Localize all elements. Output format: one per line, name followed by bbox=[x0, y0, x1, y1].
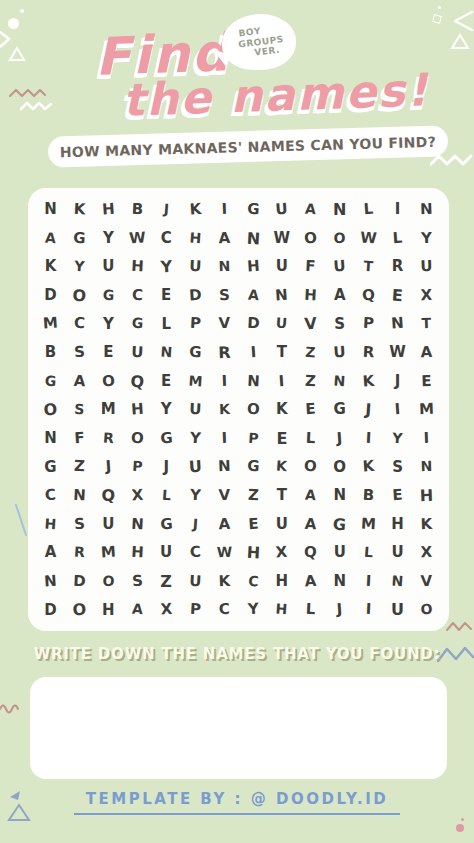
grid-cell-r4c7: S bbox=[209, 280, 239, 310]
grid-cell-r7c2: A bbox=[64, 366, 94, 396]
grid-cell-r2c10: O bbox=[295, 223, 326, 254]
grid-cell-r4c3: G bbox=[93, 280, 124, 311]
grid-cell-r2c1: A bbox=[35, 223, 66, 254]
grid-cell-r1c10: A bbox=[295, 194, 326, 225]
grid-cell-r1c5: J bbox=[151, 194, 182, 225]
grid-cell-r3c12: T bbox=[353, 251, 384, 282]
subtitle-text: HOW MANY MAKNAES' NAMES CAN YOU FIND? bbox=[60, 133, 437, 159]
grid-cell-r15c10: L bbox=[296, 595, 326, 625]
grid-cell-r1c14: N bbox=[412, 195, 442, 225]
grid-cell-r15c9: H bbox=[266, 594, 297, 625]
title-line-2: the names! bbox=[122, 63, 431, 127]
grid-cell-r14c4: S bbox=[122, 566, 153, 597]
grid-cell-r13c14: X bbox=[412, 538, 442, 568]
grid-cell-r8c10: E bbox=[295, 394, 326, 425]
grid-cell-r2c4: W bbox=[122, 223, 153, 254]
grid-cell-r11c14: H bbox=[412, 481, 442, 511]
grid-cell-r14c13: N bbox=[382, 566, 413, 597]
grid-cell-r7c7: I bbox=[209, 366, 239, 396]
grid-cell-r15c5: X bbox=[151, 594, 182, 625]
grid-cell-r5c1: M bbox=[35, 308, 66, 339]
grid-cell-r4c8: A bbox=[238, 280, 269, 311]
squiggle-doodle-icon bbox=[0, 702, 19, 716]
grid-cell-r4c6: D bbox=[180, 280, 211, 311]
grid-cell-r12c8: E bbox=[238, 509, 269, 540]
grid-cell-r6c5: N bbox=[151, 337, 182, 368]
grid-cell-r1c9: U bbox=[266, 194, 297, 225]
grid-cell-r15c8: Y bbox=[238, 594, 269, 625]
grid-cell-r11c10: A bbox=[295, 480, 326, 511]
grid-cell-r15c4: A bbox=[122, 594, 153, 625]
grid-cell-r12c4: N bbox=[122, 509, 152, 539]
grid-cell-r12c5: G bbox=[151, 509, 182, 540]
grid-cell-r13c6: C bbox=[180, 537, 211, 568]
grid-cell-r11c9: T bbox=[267, 481, 296, 510]
grid-cell-r4c2: O bbox=[64, 280, 94, 310]
grid-cell-r11c12: B bbox=[353, 480, 383, 510]
grid-cell-r3c6: U bbox=[180, 251, 210, 281]
grid-cell-r7c14: E bbox=[412, 366, 442, 396]
grid-cell-r5c4: G bbox=[122, 308, 153, 339]
grid-cell-r11c2: N bbox=[64, 480, 94, 510]
grid-cell-r6c3: E bbox=[94, 338, 123, 367]
grid-cell-r8c9: K bbox=[267, 395, 296, 424]
grid-cell-r9c3: R bbox=[93, 423, 124, 454]
grid-cell-r4c9: N bbox=[266, 280, 297, 311]
grid-cell-r5c11: S bbox=[325, 309, 354, 338]
grid-cell-r1c11: N bbox=[325, 195, 354, 224]
grid-cell-r8c6: U bbox=[180, 394, 210, 424]
grid-cell-r9c4: O bbox=[122, 423, 152, 453]
grid-cell-r5c2: C bbox=[64, 309, 94, 339]
grid-cell-r9c8: P bbox=[238, 423, 269, 454]
grid-cell-r3c1: K bbox=[36, 252, 65, 281]
grid-cell-r14c14: V bbox=[412, 566, 442, 596]
grid-cell-r15c7: C bbox=[209, 595, 239, 625]
grid-cell-r10c13: S bbox=[383, 452, 412, 481]
grid-cell-r13c9: X bbox=[266, 537, 297, 568]
credit-text: TEMPLATE BY : @ DOODLY.ID bbox=[74, 790, 400, 815]
grid-cell-r11c8: Z bbox=[238, 480, 268, 510]
grid-cell-r3c2: Y bbox=[64, 251, 95, 282]
speech-bubble-text: BOY GROUPS VER. bbox=[219, 10, 299, 75]
grid-cell-r4c12: Q bbox=[353, 280, 384, 311]
grid-cell-r6c8: I bbox=[238, 337, 269, 368]
grid-cell-r1c7: I bbox=[209, 195, 239, 225]
grid-cell-r13c12: L bbox=[353, 537, 384, 568]
grid-cell-r9c7: I bbox=[209, 423, 239, 453]
grid-cell-r7c3: O bbox=[93, 366, 124, 397]
grid-cell-r13c8: H bbox=[238, 537, 268, 567]
grid-cell-r14c3: O bbox=[93, 566, 124, 597]
grid-cell-r2c8: N bbox=[238, 223, 268, 253]
grid-cell-r8c7: K bbox=[209, 395, 239, 425]
grid-cell-r2c2: G bbox=[64, 223, 94, 253]
zigzag-doodle-icon bbox=[446, 620, 474, 634]
grid-cell-r15c13: U bbox=[383, 595, 412, 624]
grid-cell-r10c12: K bbox=[353, 451, 384, 482]
grid-cell-r10c9: K bbox=[266, 451, 297, 482]
grid-cell-r10c7: N bbox=[209, 452, 239, 482]
grid-cell-r12c7: A bbox=[209, 509, 239, 539]
grid-cell-r5c8: D bbox=[238, 309, 268, 339]
grid-cell-r5c6: P bbox=[180, 309, 210, 339]
grid-cell-r8c8: O bbox=[238, 394, 268, 424]
grid-cell-r8c2: S bbox=[64, 394, 95, 425]
grid-cell-r13c4: H bbox=[122, 537, 152, 567]
grid-cell-r4c4: C bbox=[122, 280, 152, 310]
grid-cell-r6c11: U bbox=[324, 337, 355, 368]
grid-cell-r1c2: K bbox=[64, 194, 94, 224]
grid-cell-r4c10: H bbox=[296, 280, 326, 310]
grid-cell-r6c1: B bbox=[36, 338, 65, 367]
grid-cell-r13c1: A bbox=[36, 538, 65, 567]
grid-cell-r1c13: I bbox=[383, 195, 412, 224]
grid-cell-r11c5: L bbox=[151, 480, 182, 511]
grid-cell-r7c6: M bbox=[180, 366, 211, 397]
grid-cell-r7c9: I bbox=[266, 366, 297, 397]
grid-cell-r8c11: G bbox=[325, 395, 354, 424]
grid-cell-r4c14: X bbox=[412, 280, 442, 310]
grid-cell-r5c5: L bbox=[152, 309, 181, 338]
grid-cell-r11c6: Y bbox=[180, 480, 210, 510]
dot-doodle-icon bbox=[8, 18, 19, 29]
grid-cell-r5c3: Y bbox=[94, 309, 123, 338]
grid-cell-r7c1: G bbox=[35, 366, 66, 397]
grid-cell-r6c12: R bbox=[353, 337, 383, 367]
grid-cell-r10c3: J bbox=[93, 451, 124, 482]
grid-cell-r2c6: H bbox=[180, 223, 211, 254]
grid-cell-r2c14: Y bbox=[412, 223, 442, 253]
grid-cell-r6c2: S bbox=[64, 337, 95, 368]
grid-cell-r8c12: J bbox=[353, 394, 384, 425]
grid-cell-r14c1: N bbox=[35, 566, 66, 597]
grid-cell-r13c13: U bbox=[383, 538, 412, 567]
speech-bubble: BOY GROUPS VER. bbox=[222, 14, 296, 70]
word-search-poster: Find the names! BOY GROUPS VER. HOW MANY… bbox=[0, 0, 474, 843]
grid-cell-r14c10: A bbox=[295, 566, 326, 597]
grid-cell-r7c5: E bbox=[152, 367, 181, 396]
grid-cell-r12c9: U bbox=[267, 510, 296, 539]
grid-cell-r13c5: U bbox=[152, 538, 181, 567]
grid-cell-r10c8: G bbox=[238, 452, 268, 482]
grid-cell-r14c7: K bbox=[209, 566, 239, 596]
grid-cell-r11c7: V bbox=[209, 481, 239, 511]
grid-cell-r9c13: Y bbox=[382, 423, 413, 454]
grid-cell-r11c4: X bbox=[122, 480, 153, 511]
grid-cell-r6c7: R bbox=[209, 338, 239, 368]
grid-cell-r14c5: Z bbox=[152, 567, 181, 596]
grid-cell-r9c6: Y bbox=[180, 423, 210, 453]
grid-cell-r11c1: C bbox=[35, 480, 66, 511]
grid-cell-r1c6: K bbox=[180, 194, 211, 225]
grid-cell-r15c12: I bbox=[353, 595, 383, 625]
grid-cell-r1c4: B bbox=[122, 194, 152, 224]
grid-cell-r15c11: J bbox=[324, 594, 355, 625]
grid-cell-r12c11: G bbox=[324, 509, 355, 540]
grid-cell-r3c10: F bbox=[296, 251, 326, 281]
grid-cell-r13c2: R bbox=[64, 537, 95, 568]
grid-cell-r6c9: T bbox=[267, 338, 296, 367]
grid-cell-r5c10: V bbox=[295, 308, 326, 339]
grid-cell-r5c14: T bbox=[412, 309, 442, 339]
grid-cell-r12c14: K bbox=[412, 509, 442, 539]
grid-cell-r6c14: A bbox=[412, 338, 442, 368]
grid-cell-r7c12: K bbox=[353, 366, 384, 397]
grid-cell-r5c7: V bbox=[209, 309, 239, 339]
grid-cell-r15c2: O bbox=[64, 594, 95, 625]
grid-cell-r13c10: Q bbox=[296, 537, 326, 567]
grid-cell-r2c13: L bbox=[382, 223, 413, 254]
grid-cell-r14c9: H bbox=[267, 567, 296, 596]
grid-cell-r2c12: W bbox=[353, 223, 383, 253]
grid-cell-r14c11: N bbox=[325, 567, 354, 596]
grid-cell-r9c5: G bbox=[151, 423, 182, 454]
letter-grid: NKHBJKIGUANLINAGYWCHANWOOWLYKYUHYUNHUFUT… bbox=[28, 188, 449, 631]
grid-cell-r2c7: A bbox=[209, 223, 239, 253]
grid-cell-r2c11: O bbox=[324, 223, 355, 254]
grid-cell-r5c9: U bbox=[266, 308, 297, 339]
grid-cell-r10c10: O bbox=[296, 452, 326, 482]
grid-cell-r12c1: H bbox=[35, 509, 66, 540]
grid-cell-r14c2: D bbox=[64, 566, 94, 596]
grid-cell-r6c13: W bbox=[383, 338, 412, 367]
credit-line: TEMPLATE BY : @ DOODLY.ID bbox=[0, 789, 474, 815]
grid-cell-r11c3: Q bbox=[94, 481, 123, 510]
grid-cell-r13c7: W bbox=[209, 538, 239, 568]
answers-box[interactable] bbox=[30, 677, 447, 779]
grid-cell-r3c9: U bbox=[267, 252, 296, 281]
dot-doodle-icon bbox=[456, 824, 464, 832]
grid-cell-r12c2: S bbox=[64, 509, 95, 540]
grid-cell-r10c4: P bbox=[122, 451, 153, 482]
grid-cell-r7c11: N bbox=[324, 366, 355, 397]
grid-cell-r8c1: O bbox=[35, 394, 66, 425]
grid-cell-r8c5: Y bbox=[152, 395, 181, 424]
grid-cell-r4c1: D bbox=[36, 281, 65, 310]
grid-cell-r9c14: I bbox=[412, 423, 442, 453]
grid-cell-r10c11: O bbox=[325, 452, 354, 481]
grid-cell-r8c4: H bbox=[122, 394, 153, 425]
grid-cell-r3c13: R bbox=[383, 252, 412, 281]
grid-cell-r15c1: D bbox=[36, 595, 65, 624]
grid-cell-r2c5: C bbox=[152, 224, 181, 253]
grid-cell-r10c14: N bbox=[412, 452, 442, 482]
grid-cell-r3c11: U bbox=[324, 251, 355, 282]
grid-cell-r7c4: Q bbox=[122, 366, 152, 396]
grid-cell-r3c7: N bbox=[209, 252, 239, 282]
grid-cell-r5c13: N bbox=[382, 308, 413, 339]
grid-cell-r15c3: H bbox=[94, 595, 123, 624]
grid-cell-r2c9: W bbox=[267, 224, 296, 253]
grid-cell-r13c11: U bbox=[325, 538, 354, 567]
dot-doodle-icon bbox=[461, 818, 464, 821]
grid-cell-r7c10: Z bbox=[296, 366, 326, 396]
grid-cell-r1c3: H bbox=[93, 194, 124, 225]
grid-cell-r12c6: J bbox=[180, 509, 211, 540]
grid-cell-r5c12: P bbox=[353, 309, 383, 339]
grid-cell-r10c6: U bbox=[180, 451, 211, 482]
grid-cell-r10c1: G bbox=[36, 452, 65, 481]
grid-cell-r9c10: L bbox=[296, 423, 326, 453]
grid-cell-r12c12: M bbox=[353, 509, 383, 539]
grid-cell-r2c3: Y bbox=[94, 224, 123, 253]
grid-cell-r4c13: E bbox=[382, 280, 413, 311]
grid-cell-r10c5: J bbox=[152, 452, 181, 481]
grid-cell-r3c8: H bbox=[238, 251, 269, 282]
grid-cell-r1c1: N bbox=[36, 195, 65, 224]
grid-cell-r13c3: M bbox=[93, 537, 124, 568]
grid-cell-r6c10: Z bbox=[295, 337, 326, 368]
grid-cell-r15c14: O bbox=[412, 595, 442, 625]
grid-cell-r6c6: G bbox=[180, 337, 210, 367]
bubble-line-3: VER. bbox=[254, 45, 281, 59]
grid-cell-r9c9: E bbox=[267, 424, 296, 453]
dot-doodle-icon bbox=[438, 6, 441, 9]
grid-cell-r3c3: U bbox=[94, 252, 123, 281]
grid-cell-r11c13: E bbox=[382, 480, 413, 511]
grid-cell-r10c2: Z bbox=[64, 452, 94, 482]
grid-cell-r9c1: N bbox=[36, 424, 65, 453]
grid-cell-r3c4: H bbox=[122, 251, 152, 281]
grid-cell-r4c11: A bbox=[325, 281, 354, 310]
grid-cell-r14c8: C bbox=[238, 566, 269, 597]
grid-cell-r3c5: Y bbox=[151, 251, 182, 282]
grid-cell-r8c13: I bbox=[382, 394, 413, 425]
grid-cell-r9c12: I bbox=[353, 423, 383, 453]
grid-cell-r7c8: N bbox=[238, 366, 268, 396]
grid-cell-r6c4: U bbox=[122, 337, 152, 367]
grid-cell-r14c12: I bbox=[353, 566, 383, 596]
grid-cell-r8c14: M bbox=[412, 395, 442, 425]
grid-cell-r9c2: F bbox=[64, 423, 95, 454]
grid-cell-r1c8: G bbox=[238, 194, 268, 224]
grid-cell-r12c13: H bbox=[383, 510, 412, 539]
grid-cell-r1c12: L bbox=[353, 194, 384, 225]
write-down-label: WRITE DOWN THE NAMES THAT YOU FOUND: bbox=[0, 645, 474, 663]
grid-cell-r11c11: N bbox=[325, 481, 354, 510]
grid-cell-r4c5: E bbox=[152, 281, 181, 310]
grid-cell-r3c14: U bbox=[412, 252, 442, 282]
grid-cell-r7c13: J bbox=[383, 367, 412, 396]
grid-cell-r15c6: P bbox=[180, 595, 210, 625]
line-doodle-icon bbox=[14, 503, 28, 537]
grid-cell-r9c11: J bbox=[324, 423, 355, 454]
grid-cell-r12c10: A bbox=[296, 509, 326, 539]
grid-cell-r14c6: U bbox=[180, 566, 210, 596]
dot-doodle-icon bbox=[20, 9, 24, 13]
grid-cell-r8c3: M bbox=[94, 395, 123, 424]
grid-cell-r12c3: U bbox=[94, 510, 123, 539]
